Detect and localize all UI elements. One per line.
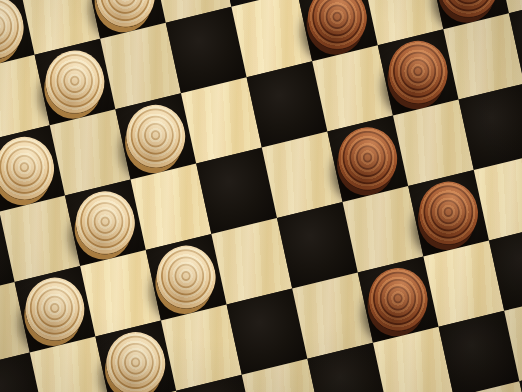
- cream-checker-piece[interactable]: [70, 185, 141, 261]
- brown-checker-piece[interactable]: [383, 35, 454, 111]
- cream-checker-piece[interactable]: [0, 131, 60, 207]
- cream-checker-piece[interactable]: [40, 44, 111, 120]
- cream-checker-piece[interactable]: [151, 239, 222, 315]
- brown-checker-piece[interactable]: [332, 121, 403, 197]
- brown-checker-piece[interactable]: [363, 262, 434, 338]
- cream-checker-piece[interactable]: [100, 326, 171, 392]
- cream-checker-piece[interactable]: [20, 271, 91, 347]
- brown-checker-piece[interactable]: [302, 0, 373, 56]
- checkers-board-photo: [0, 0, 522, 392]
- brown-checker-piece[interactable]: [413, 175, 484, 251]
- checkers-board: [0, 0, 522, 392]
- cream-checker-piece[interactable]: [120, 99, 191, 175]
